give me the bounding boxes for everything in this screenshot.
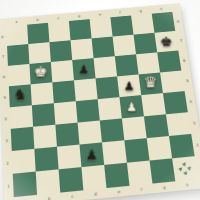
coord-label: 7 (2, 54, 5, 59)
square-e6[interactable] (94, 56, 118, 78)
coord-label: g (163, 184, 166, 190)
black-pawn-d2[interactable]: ♟ (86, 148, 98, 161)
coord-label: 2 (6, 160, 9, 165)
square-h4[interactable] (163, 91, 188, 114)
coord-label: 3 (5, 138, 8, 143)
square-b2[interactable] (34, 147, 58, 172)
coord-label: 5 (3, 95, 6, 100)
coord-label: 8 (1, 34, 4, 39)
square-h8[interactable] (152, 12, 176, 33)
square-a2[interactable] (12, 149, 36, 174)
coord-label: 6 (3, 74, 6, 79)
square-h6[interactable] (157, 50, 181, 72)
square-d7[interactable] (71, 38, 94, 60)
square-a1[interactable] (13, 172, 37, 198)
square-a4[interactable] (10, 105, 33, 129)
board-grid: ♣♣♣♣♚♚♟♞♟♛♟♟ (6, 12, 198, 197)
chess-board: abcdefgh abcdefgh 87654321 87654321 ·ꞏ·ꞏ… (0, 3, 200, 200)
coord-label: g (139, 9, 142, 13)
coord-label: 2 (196, 142, 199, 147)
coord-label: 5 (186, 78, 189, 83)
square-a8[interactable] (6, 25, 28, 46)
square-f3[interactable] (122, 116, 147, 140)
coord-label: 4 (189, 99, 192, 104)
square-f2[interactable] (124, 138, 149, 163)
square-c6[interactable] (51, 60, 74, 82)
square-h5[interactable] (160, 71, 185, 94)
white-king-b6[interactable]: ♚ (33, 65, 48, 80)
coord-label: f (141, 187, 143, 192)
square-b8[interactable] (27, 23, 49, 44)
square-g1[interactable] (150, 158, 176, 183)
square-c4[interactable] (54, 101, 78, 124)
coord-label: e (117, 189, 120, 195)
square-b7[interactable] (28, 42, 51, 64)
white-pawn-f4[interactable]: ♟ (126, 101, 137, 113)
coord-label: b (48, 196, 51, 200)
coord-label: h (160, 7, 163, 11)
coord-label: 1 (7, 183, 10, 189)
coord-label: h (186, 182, 189, 188)
square-h2[interactable] (169, 134, 195, 158)
square-c3[interactable] (55, 123, 79, 147)
square-c8[interactable] (48, 21, 70, 42)
square-h3[interactable] (166, 112, 191, 136)
black-pawn-d6[interactable]: ♟ (79, 64, 90, 75)
square-d3[interactable] (78, 120, 102, 144)
square-b4[interactable] (32, 103, 56, 127)
square-e2[interactable] (102, 140, 127, 165)
square-g8[interactable] (131, 14, 154, 35)
coord-label: 3 (192, 120, 195, 125)
square-e1[interactable] (104, 163, 129, 188)
square-d5[interactable] (74, 78, 98, 101)
square-a6[interactable] (8, 64, 31, 86)
square-e8[interactable] (90, 17, 113, 38)
coord-label: d (94, 191, 97, 197)
coord-label: 7 (179, 38, 182, 43)
square-d8[interactable] (69, 19, 92, 40)
black-king-h7[interactable]: ♚ (160, 35, 173, 48)
square-b3[interactable] (33, 125, 57, 149)
square-d4[interactable] (76, 99, 100, 122)
coord-label: f (119, 10, 121, 14)
square-g2[interactable] (147, 136, 172, 161)
coord-label: 4 (4, 116, 7, 121)
square-b1[interactable] (36, 169, 61, 195)
square-c1[interactable] (59, 167, 84, 192)
square-d1[interactable] (81, 165, 106, 190)
square-f1[interactable] (127, 161, 153, 186)
coord-label: c (71, 193, 74, 199)
coord-label: e (99, 12, 102, 16)
square-c2[interactable] (57, 145, 81, 170)
coord-label: a (24, 198, 27, 200)
square-e3[interactable] (100, 118, 125, 142)
white-queen-g5[interactable]: ♛ (143, 75, 158, 90)
square-f7[interactable] (113, 35, 136, 57)
square-e7[interactable] (92, 37, 115, 59)
square-g7[interactable] (134, 33, 158, 55)
coord-label: b (36, 18, 39, 23)
black-pawn-f5[interactable]: ♟ (124, 80, 135, 91)
square-b5[interactable] (31, 82, 54, 105)
coord-label: d (78, 14, 81, 19)
square-a7[interactable] (7, 44, 29, 66)
square-f6[interactable] (115, 54, 139, 76)
coord-label: 8 (176, 19, 179, 24)
square-a3[interactable] (11, 127, 35, 151)
coord-label: 1 (199, 164, 200, 169)
square-g6[interactable] (136, 52, 160, 74)
square-f8[interactable] (110, 15, 133, 36)
coord-label: a (15, 19, 18, 24)
chessboard-photo: abcdefgh abcdefgh 87654321 87654321 ·ꞏ·ꞏ… (0, 0, 200, 200)
square-e5[interactable] (96, 76, 120, 99)
black-knight-a5[interactable]: ♞ (13, 88, 27, 102)
square-c7[interactable] (49, 40, 72, 62)
square-g3[interactable] (144, 114, 169, 138)
square-e4[interactable] (98, 97, 122, 120)
square-g4[interactable] (141, 93, 166, 116)
square-c5[interactable] (52, 80, 75, 103)
coord-label: c (57, 16, 59, 20)
